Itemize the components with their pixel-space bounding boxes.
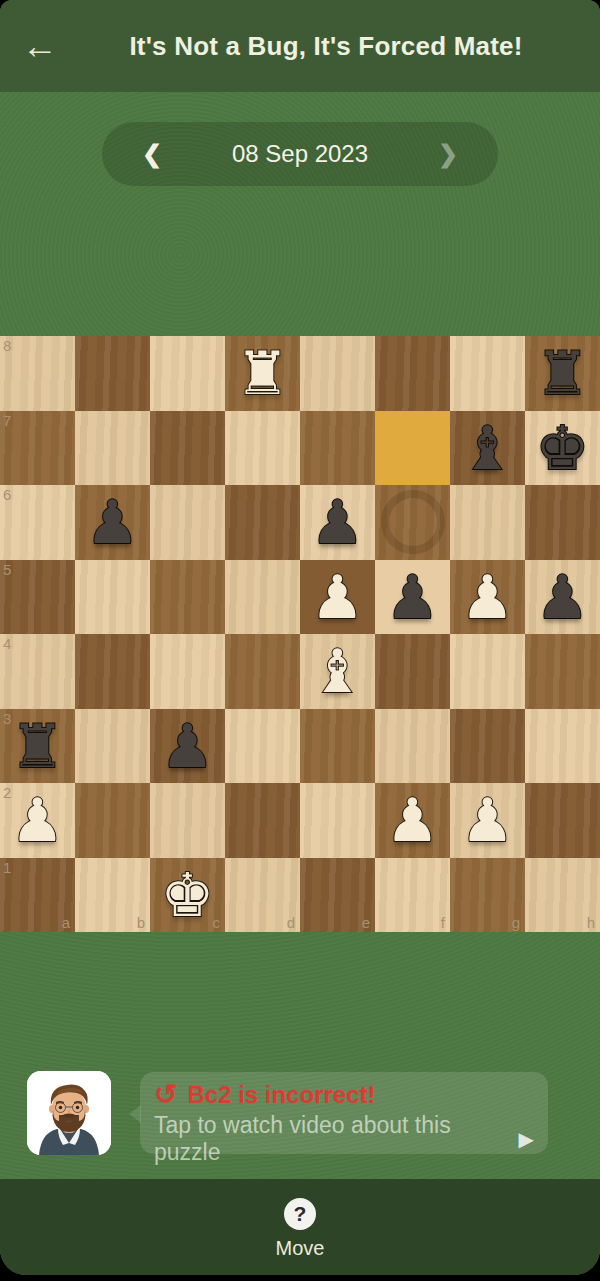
coach-avatar-image	[27, 1071, 111, 1155]
question-mark-icon: ?	[294, 1202, 307, 1226]
bottom-bar: ? Move	[0, 1179, 600, 1275]
square-e3[interactable]	[300, 709, 375, 784]
file-label-g: g	[512, 914, 520, 931]
square-e7[interactable]	[300, 411, 375, 486]
square-d4[interactable]	[225, 634, 300, 709]
square-f7[interactable]	[375, 411, 450, 486]
feedback-error-line: ↺ Bc2 is incorrect!	[154, 1081, 534, 1109]
square-e4[interactable]: ♝	[300, 634, 375, 709]
video-hint-text: Tap to watch video about this puzzle	[154, 1112, 507, 1166]
rank-label-4: 4	[3, 635, 11, 652]
square-h4[interactable]	[525, 634, 600, 709]
square-g7[interactable]: ♝	[450, 411, 525, 486]
square-h5[interactable]: ♟	[525, 560, 600, 635]
square-e2[interactable]	[300, 783, 375, 858]
square-c4[interactable]	[150, 634, 225, 709]
piece-black-rook: ♜	[525, 336, 600, 411]
app-container: ← It's Not a Bug, It's Forced Mate! ❮ 08…	[0, 0, 600, 1275]
file-label-h: h	[587, 914, 595, 931]
piece-white-pawn: ♟	[450, 783, 525, 858]
square-b7[interactable]	[75, 411, 150, 486]
square-f8[interactable]	[375, 336, 450, 411]
play-icon: ▶	[519, 1127, 534, 1151]
square-h3[interactable]	[525, 709, 600, 784]
square-f3[interactable]	[375, 709, 450, 784]
square-b4[interactable]	[75, 634, 150, 709]
error-message: Bc2 is incorrect!	[187, 1081, 375, 1109]
piece-white-king: ♚	[150, 858, 225, 933]
square-c3[interactable]: ♟	[150, 709, 225, 784]
square-a6[interactable]: 6	[0, 485, 75, 560]
file-label-a: a	[62, 914, 70, 931]
square-g1[interactable]: g	[450, 858, 525, 933]
square-b8[interactable]	[75, 336, 150, 411]
square-c8[interactable]	[150, 336, 225, 411]
square-d6[interactable]	[225, 485, 300, 560]
file-label-b: b	[137, 914, 145, 931]
file-label-d: d	[287, 914, 295, 931]
next-day-chevron-icon[interactable]: ❯	[438, 140, 458, 168]
piece-black-pawn: ♟	[150, 709, 225, 784]
square-b6[interactable]: ♟	[75, 485, 150, 560]
piece-black-pawn: ♟	[375, 560, 450, 635]
square-e1[interactable]: e	[300, 858, 375, 933]
feedback-subtitle-line: Tap to watch video about this puzzle ▶	[154, 1112, 534, 1166]
piece-white-rook: ♜	[225, 336, 300, 411]
square-d1[interactable]: d	[225, 858, 300, 933]
square-d5[interactable]	[225, 560, 300, 635]
square-g3[interactable]	[450, 709, 525, 784]
square-d2[interactable]	[225, 783, 300, 858]
square-d7[interactable]	[225, 411, 300, 486]
en-passant-ghost-ring	[381, 490, 445, 554]
square-c2[interactable]	[150, 783, 225, 858]
square-b2[interactable]	[75, 783, 150, 858]
rank-label-8: 8	[3, 337, 11, 354]
rank-label-5: 5	[3, 561, 11, 578]
square-b5[interactable]	[75, 560, 150, 635]
square-b3[interactable]	[75, 709, 150, 784]
retry-icon: ↺	[154, 1081, 177, 1109]
rank-label-7: 7	[3, 412, 11, 429]
phone-screen: ← It's Not a Bug, It's Forced Mate! ❮ 08…	[0, 0, 600, 1281]
file-label-e: e	[362, 914, 370, 931]
square-h7[interactable]: ♚	[525, 411, 600, 486]
square-f5[interactable]: ♟	[375, 560, 450, 635]
square-f2[interactable]: ♟	[375, 783, 450, 858]
square-b1[interactable]: b	[75, 858, 150, 933]
feedback-bubble[interactable]: ↺ Bc2 is incorrect! Tap to watch video a…	[140, 1072, 548, 1154]
square-g6[interactable]	[450, 485, 525, 560]
square-a4[interactable]: 4	[0, 634, 75, 709]
square-g8[interactable]	[450, 336, 525, 411]
piece-white-pawn: ♟	[300, 560, 375, 635]
square-d3[interactable]	[225, 709, 300, 784]
move-label: Move	[276, 1237, 325, 1260]
piece-white-bishop: ♝	[300, 634, 375, 709]
chess-board: 8♜♜7♝♚6♟♟5♟♟♟♟4♝3♜♟2♟♟♟1abc♚defgh	[0, 336, 600, 932]
square-e6[interactable]: ♟	[300, 485, 375, 560]
square-h8[interactable]: ♜	[525, 336, 600, 411]
square-e8[interactable]	[300, 336, 375, 411]
square-a8[interactable]: 8	[0, 336, 75, 411]
square-c1[interactable]: c♚	[150, 858, 225, 933]
header: ← It's Not a Bug, It's Forced Mate!	[0, 0, 600, 92]
hint-button[interactable]: ?	[284, 1198, 316, 1230]
square-g5[interactable]: ♟	[450, 560, 525, 635]
square-c6[interactable]	[150, 485, 225, 560]
coach-avatar[interactable]	[27, 1071, 111, 1155]
piece-black-rook: ♜	[0, 709, 75, 784]
date-navigator: ❮ 08 Sep 2023 ❯	[102, 122, 498, 186]
square-h6[interactable]	[525, 485, 600, 560]
page-title: It's Not a Bug, It's Forced Mate!	[62, 31, 600, 62]
file-label-f: f	[441, 914, 445, 931]
square-h2[interactable]	[525, 783, 600, 858]
square-f6[interactable]	[375, 485, 450, 560]
square-a2[interactable]: 2♟	[0, 783, 75, 858]
piece-white-pawn: ♟	[0, 783, 75, 858]
piece-white-pawn: ♟	[375, 783, 450, 858]
square-e5[interactable]: ♟	[300, 560, 375, 635]
rank-label-1: 1	[3, 859, 11, 876]
square-a1[interactable]: 1a	[0, 858, 75, 933]
piece-black-pawn: ♟	[525, 560, 600, 635]
back-arrow-icon[interactable]: ←	[18, 0, 62, 92]
piece-white-pawn: ♟	[450, 560, 525, 635]
piece-black-bishop: ♝	[450, 411, 525, 486]
square-c7[interactable]	[150, 411, 225, 486]
piece-black-pawn: ♟	[300, 485, 375, 560]
square-f1[interactable]: f	[375, 858, 450, 933]
square-a3[interactable]: 3♜	[0, 709, 75, 784]
piece-black-pawn: ♟	[75, 485, 150, 560]
piece-black-king: ♚	[525, 411, 600, 486]
square-c5[interactable]	[150, 560, 225, 635]
square-d8[interactable]: ♜	[225, 336, 300, 411]
rank-label-6: 6	[3, 486, 11, 503]
puzzle-date: 08 Sep 2023	[232, 140, 368, 168]
square-h1[interactable]: h	[525, 858, 600, 933]
prev-day-chevron-icon[interactable]: ❮	[142, 140, 162, 168]
square-g2[interactable]: ♟	[450, 783, 525, 858]
square-g4[interactable]	[450, 634, 525, 709]
square-a5[interactable]: 5	[0, 560, 75, 635]
square-f4[interactable]	[375, 634, 450, 709]
square-a7[interactable]: 7	[0, 411, 75, 486]
